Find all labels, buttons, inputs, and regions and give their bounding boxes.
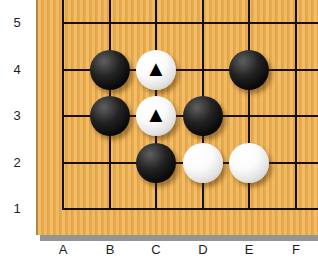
col-label-F: F bbox=[283, 242, 309, 258]
row-label-5: 5 bbox=[4, 14, 30, 32]
grid-line-col-A bbox=[62, 0, 64, 210]
stone-white-D2[interactable] bbox=[183, 143, 223, 183]
go-diagram: ▲▲ 54321 ABCDEF bbox=[0, 0, 318, 275]
stone-white-E2[interactable] bbox=[229, 143, 269, 183]
stone-black-B3[interactable] bbox=[90, 96, 130, 136]
grid-line-row-5 bbox=[62, 22, 318, 24]
col-label-D: D bbox=[190, 242, 216, 258]
row-label-1: 1 bbox=[4, 200, 30, 218]
stone-black-B4[interactable] bbox=[90, 50, 130, 90]
stone-white-C4[interactable]: ▲ bbox=[136, 50, 176, 90]
go-board[interactable] bbox=[36, 0, 318, 235]
grid-line-col-F bbox=[295, 0, 297, 210]
grid-line-row-1 bbox=[62, 208, 318, 210]
col-label-C: C bbox=[143, 242, 169, 258]
col-label-A: A bbox=[50, 242, 76, 258]
stone-white-C3[interactable]: ▲ bbox=[136, 96, 176, 136]
stone-black-E4[interactable] bbox=[229, 50, 269, 90]
row-label-4: 4 bbox=[4, 61, 30, 79]
row-label-2: 2 bbox=[4, 154, 30, 172]
board-drop-shadow bbox=[40, 235, 318, 241]
stone-black-D3[interactable] bbox=[183, 96, 223, 136]
stone-black-C2[interactable] bbox=[136, 143, 176, 183]
col-label-B: B bbox=[97, 242, 123, 258]
triangle-mark-C3: ▲ bbox=[145, 104, 167, 126]
col-label-E: E bbox=[236, 242, 262, 258]
triangle-mark-C4: ▲ bbox=[145, 58, 167, 80]
row-label-3: 3 bbox=[4, 107, 30, 125]
